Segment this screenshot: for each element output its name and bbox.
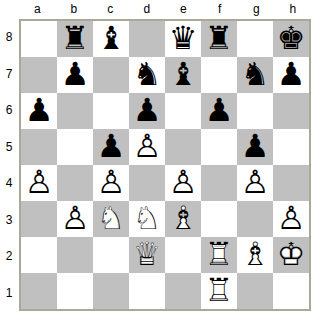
white-knight-piece: ♞♘: [129, 201, 165, 237]
rank-label-5: 5: [6, 140, 13, 154]
file-labels: abcdefgh: [19, 0, 311, 18]
square-h6[interactable]: [273, 93, 309, 129]
file-label-a: a: [34, 2, 41, 16]
rank-label-3: 3: [6, 213, 13, 227]
file-label-h: h: [289, 2, 296, 16]
square-h5[interactable]: [273, 129, 309, 165]
square-d5[interactable]: ♟♙: [129, 129, 165, 165]
square-a6[interactable]: ♟: [21, 93, 57, 129]
square-e1[interactable]: [165, 273, 201, 309]
square-d7[interactable]: ♞: [129, 57, 165, 93]
black-pawn-piece: ♟: [201, 93, 237, 129]
square-a4[interactable]: ♟♙: [21, 165, 57, 201]
square-f2[interactable]: ♜♖: [201, 237, 237, 273]
black-king-piece: ♚: [273, 21, 309, 57]
square-f8[interactable]: ♜: [201, 21, 237, 57]
square-a5[interactable]: [21, 129, 57, 165]
black-knight-piece: ♞: [237, 57, 273, 93]
square-g5[interactable]: ♟: [237, 129, 273, 165]
square-b4[interactable]: [57, 165, 93, 201]
square-c8[interactable]: ♝: [93, 21, 129, 57]
square-e2[interactable]: [165, 237, 201, 273]
white-pawn-piece: ♟♙: [237, 165, 273, 201]
file-label-d: d: [143, 2, 150, 16]
file-label-b: b: [70, 2, 77, 16]
square-c2[interactable]: [93, 237, 129, 273]
white-pawn-piece: ♟♙: [21, 165, 57, 201]
rank-label-6: 6: [6, 103, 13, 117]
rank-label-8: 8: [6, 30, 13, 44]
square-e4[interactable]: ♟♙: [165, 165, 201, 201]
white-pawn-piece: ♟♙: [273, 201, 309, 237]
square-c6[interactable]: [93, 93, 129, 129]
square-f4[interactable]: [201, 165, 237, 201]
square-h2[interactable]: ♚♔: [273, 237, 309, 273]
square-d4[interactable]: [129, 165, 165, 201]
square-g1[interactable]: [237, 273, 273, 309]
white-pawn-piece: ♟♙: [93, 165, 129, 201]
square-h1[interactable]: [273, 273, 309, 309]
square-g7[interactable]: ♞: [237, 57, 273, 93]
square-b6[interactable]: [57, 93, 93, 129]
square-c3[interactable]: ♞♘: [93, 201, 129, 237]
square-e3[interactable]: ♝♗: [165, 201, 201, 237]
board: ♜♝♛♜♚♟♞♝♞♟♟♟♟♟♟♙♟♟♙♟♙♟♙♟♙♟♙♞♘♞♘♝♗♟♙♛♕♜♖♝…: [19, 19, 311, 311]
square-g4[interactable]: ♟♙: [237, 165, 273, 201]
white-pawn-piece: ♟♙: [57, 201, 93, 237]
white-bishop-piece: ♝♗: [165, 201, 201, 237]
white-pawn-piece: ♟♙: [129, 129, 165, 165]
black-bishop-piece: ♝: [165, 57, 201, 93]
square-h7[interactable]: ♟: [273, 57, 309, 93]
black-pawn-piece: ♟: [57, 57, 93, 93]
square-b5[interactable]: [57, 129, 93, 165]
black-pawn-piece: ♟: [129, 93, 165, 129]
square-g6[interactable]: [237, 93, 273, 129]
square-h8[interactable]: ♚: [273, 21, 309, 57]
white-rook-piece: ♜♖: [201, 237, 237, 273]
square-e6[interactable]: [165, 93, 201, 129]
black-queen-piece: ♛: [165, 21, 201, 57]
square-e7[interactable]: ♝: [165, 57, 201, 93]
square-g8[interactable]: [237, 21, 273, 57]
square-e5[interactable]: [165, 129, 201, 165]
white-bishop-piece: ♝♗: [237, 237, 273, 273]
square-b7[interactable]: ♟: [57, 57, 93, 93]
square-d1[interactable]: [129, 273, 165, 309]
square-d2[interactable]: ♛♕: [129, 237, 165, 273]
square-a3[interactable]: [21, 201, 57, 237]
rank-label-4: 4: [6, 176, 13, 190]
black-bishop-piece: ♝: [93, 21, 129, 57]
black-rook-piece: ♜: [57, 21, 93, 57]
file-label-f: f: [218, 2, 221, 16]
black-pawn-piece: ♟: [21, 93, 57, 129]
black-pawn-piece: ♟: [93, 129, 129, 165]
square-d3[interactable]: ♞♘: [129, 201, 165, 237]
square-b3[interactable]: ♟♙: [57, 201, 93, 237]
square-f7[interactable]: [201, 57, 237, 93]
rank-label-1: 1: [6, 286, 13, 300]
square-f3[interactable]: [201, 201, 237, 237]
white-knight-piece: ♞♘: [93, 201, 129, 237]
square-c4[interactable]: ♟♙: [93, 165, 129, 201]
white-queen-piece: ♛♕: [129, 237, 165, 273]
rank-label-2: 2: [6, 249, 13, 263]
square-b1[interactable]: [57, 273, 93, 309]
white-king-piece: ♚♔: [273, 237, 309, 273]
file-label-e: e: [180, 2, 187, 16]
square-d6[interactable]: ♟: [129, 93, 165, 129]
square-a7[interactable]: [21, 57, 57, 93]
chess-diagram: abcdefgh 87654321 ♜♝♛♜♚♟♞♝♞♟♟♟♟♟♟♙♟♟♙♟♙♟…: [0, 0, 320, 320]
white-pawn-piece: ♟♙: [165, 165, 201, 201]
black-knight-piece: ♞: [129, 57, 165, 93]
square-f6[interactable]: ♟: [201, 93, 237, 129]
rank-label-7: 7: [6, 67, 13, 81]
square-f5[interactable]: [201, 129, 237, 165]
black-rook-piece: ♜: [201, 21, 237, 57]
square-d8[interactable]: [129, 21, 165, 57]
black-pawn-piece: ♟: [273, 57, 309, 93]
black-pawn-piece: ♟: [237, 129, 273, 165]
square-g2[interactable]: ♝♗: [237, 237, 273, 273]
square-c5[interactable]: ♟: [93, 129, 129, 165]
square-c1[interactable]: [93, 273, 129, 309]
white-rook-piece: ♜♖: [201, 273, 237, 309]
square-a2[interactable]: [21, 237, 57, 273]
square-b8[interactable]: ♜: [57, 21, 93, 57]
square-g3[interactable]: [237, 201, 273, 237]
rank-labels: 87654321: [0, 19, 18, 311]
square-h4[interactable]: [273, 165, 309, 201]
square-b2[interactable]: [57, 237, 93, 273]
file-label-g: g: [253, 2, 260, 16]
square-a1[interactable]: [21, 273, 57, 309]
square-e8[interactable]: ♛: [165, 21, 201, 57]
square-f1[interactable]: ♜♖: [201, 273, 237, 309]
square-h3[interactable]: ♟♙: [273, 201, 309, 237]
square-c7[interactable]: [93, 57, 129, 93]
square-a8[interactable]: [21, 21, 57, 57]
file-label-c: c: [107, 2, 113, 16]
